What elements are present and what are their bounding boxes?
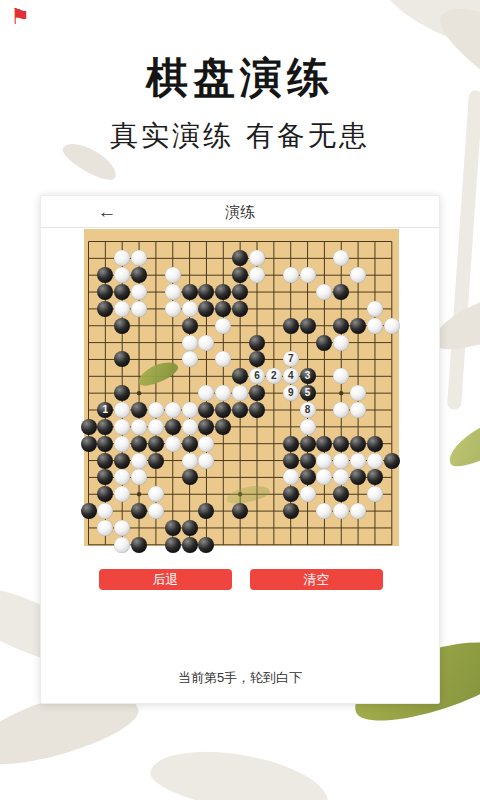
white-stone bbox=[131, 453, 147, 469]
white-stone: 4 bbox=[283, 368, 299, 384]
black-stone: 5 bbox=[300, 385, 316, 401]
black-stone bbox=[165, 537, 181, 553]
white-stone bbox=[215, 318, 231, 334]
black-stone bbox=[350, 318, 366, 334]
white-stone bbox=[182, 335, 198, 351]
black-stone bbox=[81, 419, 97, 435]
white-stone bbox=[165, 284, 181, 300]
white-stone bbox=[333, 453, 349, 469]
black-stone bbox=[198, 537, 214, 553]
status-text: 当前第5手，轮到白下 bbox=[41, 669, 439, 687]
white-stone bbox=[165, 301, 181, 317]
white-stone bbox=[114, 436, 130, 452]
flag-icon: ⚑ bbox=[10, 4, 30, 30]
black-stone bbox=[182, 318, 198, 334]
black-stone bbox=[182, 284, 198, 300]
black-stone bbox=[300, 436, 316, 452]
white-stone bbox=[114, 419, 130, 435]
clear-button[interactable]: 清空 bbox=[250, 569, 383, 590]
black-stone: 3 bbox=[300, 368, 316, 384]
move-number: 8 bbox=[305, 405, 311, 415]
bamboo-leaf-decoration bbox=[442, 406, 480, 475]
black-stone bbox=[249, 402, 265, 418]
white-stone bbox=[300, 267, 316, 283]
white-stone bbox=[182, 419, 198, 435]
move-number: 7 bbox=[288, 354, 294, 364]
black-stone bbox=[131, 537, 147, 553]
black-stone bbox=[300, 318, 316, 334]
black-stone bbox=[81, 503, 97, 519]
go-board[interactable]: 762439518 bbox=[84, 229, 399, 546]
black-stone bbox=[316, 335, 332, 351]
black-stone bbox=[384, 453, 400, 469]
white-stone bbox=[316, 453, 332, 469]
white-stone bbox=[350, 453, 366, 469]
black-stone bbox=[367, 436, 383, 452]
black-stone bbox=[131, 436, 147, 452]
black-stone bbox=[182, 520, 198, 536]
black-stone bbox=[148, 453, 164, 469]
move-number: 2 bbox=[271, 371, 277, 381]
white-stone bbox=[131, 301, 147, 317]
black-stone bbox=[182, 537, 198, 553]
move-number: 5 bbox=[305, 388, 311, 398]
black-stone bbox=[300, 469, 316, 485]
black-stone bbox=[165, 419, 181, 435]
bamboo-leaf-decoration bbox=[147, 740, 334, 800]
page-title: 棋盘演练 bbox=[0, 50, 480, 106]
white-stone bbox=[182, 402, 198, 418]
white-stone bbox=[114, 537, 130, 553]
white-stone bbox=[384, 318, 400, 334]
black-stone bbox=[182, 436, 198, 452]
undo-button[interactable]: 后退 bbox=[99, 569, 232, 590]
black-stone bbox=[114, 453, 130, 469]
white-stone bbox=[283, 469, 299, 485]
white-stone bbox=[114, 301, 130, 317]
white-stone bbox=[198, 335, 214, 351]
white-stone bbox=[283, 267, 299, 283]
white-stone bbox=[182, 351, 198, 367]
card-title: 演练 bbox=[41, 196, 439, 227]
black-stone bbox=[97, 453, 113, 469]
white-stone bbox=[367, 301, 383, 317]
move-number: 9 bbox=[288, 388, 294, 398]
black-stone bbox=[350, 436, 366, 452]
white-stone bbox=[148, 419, 164, 435]
black-stone bbox=[131, 402, 147, 418]
move-number: 1 bbox=[103, 405, 109, 415]
white-stone bbox=[131, 419, 147, 435]
white-stone bbox=[300, 486, 316, 502]
black-stone bbox=[283, 486, 299, 502]
black-stone bbox=[316, 436, 332, 452]
white-stone bbox=[182, 301, 198, 317]
white-stone bbox=[300, 419, 316, 435]
move-number: 6 bbox=[254, 371, 260, 381]
black-stone bbox=[333, 436, 349, 452]
card-header: ← 演练 bbox=[41, 196, 439, 228]
move-number: 3 bbox=[305, 371, 311, 381]
move-number: 4 bbox=[288, 371, 294, 381]
black-stone bbox=[81, 436, 97, 452]
black-stone bbox=[283, 453, 299, 469]
black-stone bbox=[283, 503, 299, 519]
white-stone bbox=[367, 318, 383, 334]
white-stone bbox=[165, 436, 181, 452]
black-stone bbox=[300, 453, 316, 469]
white-stone bbox=[131, 284, 147, 300]
black-stone bbox=[232, 301, 248, 317]
black-stone bbox=[283, 318, 299, 334]
white-stone: 9 bbox=[283, 385, 299, 401]
white-stone bbox=[148, 402, 164, 418]
black-stone bbox=[249, 335, 265, 351]
black-stone bbox=[148, 436, 164, 452]
white-stone bbox=[165, 267, 181, 283]
page-subtitle: 真实演练 有备无患 bbox=[0, 117, 480, 155]
white-stone: 8 bbox=[300, 402, 316, 418]
black-stone bbox=[165, 520, 181, 536]
white-stone bbox=[165, 402, 181, 418]
practice-card: ← 演练 762439518 后退 清空 当前第5手，轮到白下 bbox=[40, 195, 440, 704]
black-stone bbox=[182, 469, 198, 485]
black-stone bbox=[333, 318, 349, 334]
white-stone bbox=[148, 503, 164, 519]
white-stone bbox=[198, 453, 214, 469]
black-stone bbox=[97, 436, 113, 452]
white-stone bbox=[333, 335, 349, 351]
black-stone bbox=[114, 318, 130, 334]
white-stone bbox=[182, 453, 198, 469]
white-stone bbox=[350, 402, 366, 418]
black-stone bbox=[283, 436, 299, 452]
white-stone bbox=[367, 453, 383, 469]
